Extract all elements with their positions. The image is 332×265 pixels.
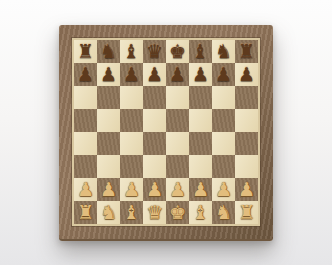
black-bishop-piece: ♝ [120, 40, 143, 63]
black-knight-piece: ♞ [97, 40, 120, 63]
square-c8[interactable]: ♝ [120, 40, 143, 63]
square-c7[interactable]: ♟ [120, 63, 143, 86]
square-e7[interactable]: ♟ [166, 63, 189, 86]
square-f6[interactable] [189, 86, 212, 109]
square-g5[interactable] [212, 109, 235, 132]
white-pawn-piece: ♟ [74, 178, 97, 201]
square-f5[interactable] [189, 109, 212, 132]
square-f2[interactable]: ♟ [189, 178, 212, 201]
square-b7[interactable]: ♟ [97, 63, 120, 86]
square-a7[interactable]: ♟ [74, 63, 97, 86]
square-d4[interactable] [143, 132, 166, 155]
black-pawn-piece: ♟ [212, 63, 235, 86]
white-bishop-piece: ♝ [120, 201, 143, 224]
white-pawn-piece: ♟ [120, 178, 143, 201]
white-pawn-piece: ♟ [212, 178, 235, 201]
square-f8[interactable]: ♝ [189, 40, 212, 63]
square-h8[interactable]: ♜ [235, 40, 258, 63]
black-rook-piece: ♜ [74, 40, 97, 63]
black-knight-piece: ♞ [212, 40, 235, 63]
square-c5[interactable] [120, 109, 143, 132]
white-pawn-piece: ♟ [235, 178, 258, 201]
square-h6[interactable] [235, 86, 258, 109]
black-pawn-piece: ♟ [166, 63, 189, 86]
square-h5[interactable] [235, 109, 258, 132]
square-d2[interactable]: ♟ [143, 178, 166, 201]
white-queen-piece: ♛ [143, 201, 166, 224]
square-b1[interactable]: ♞ [97, 201, 120, 224]
square-a4[interactable] [74, 132, 97, 155]
square-d8[interactable]: ♛ [143, 40, 166, 63]
square-b6[interactable] [97, 86, 120, 109]
square-b8[interactable]: ♞ [97, 40, 120, 63]
square-h2[interactable]: ♟ [235, 178, 258, 201]
square-d7[interactable]: ♟ [143, 63, 166, 86]
square-d1[interactable]: ♛ [143, 201, 166, 224]
studio-backdrop: ♜♞♝♛♚♝♞♜♟♟♟♟♟♟♟♟♟♟♟♟♟♟♟♟♜♞♝♛♚♝♞♜ [0, 0, 332, 265]
square-g8[interactable]: ♞ [212, 40, 235, 63]
black-bishop-piece: ♝ [189, 40, 212, 63]
square-e8[interactable]: ♚ [166, 40, 189, 63]
square-c4[interactable] [120, 132, 143, 155]
square-c1[interactable]: ♝ [120, 201, 143, 224]
black-pawn-piece: ♟ [235, 63, 258, 86]
white-rook-piece: ♜ [235, 201, 258, 224]
square-d6[interactable] [143, 86, 166, 109]
square-f3[interactable] [189, 155, 212, 178]
square-h4[interactable] [235, 132, 258, 155]
square-d3[interactable] [143, 155, 166, 178]
white-bishop-piece: ♝ [189, 201, 212, 224]
white-pawn-piece: ♟ [97, 178, 120, 201]
white-knight-piece: ♞ [212, 201, 235, 224]
black-pawn-piece: ♟ [120, 63, 143, 86]
board-squares: ♜♞♝♛♚♝♞♜♟♟♟♟♟♟♟♟♟♟♟♟♟♟♟♟♜♞♝♛♚♝♞♜ [72, 38, 260, 226]
square-c3[interactable] [120, 155, 143, 178]
square-a3[interactable] [74, 155, 97, 178]
square-e6[interactable] [166, 86, 189, 109]
black-pawn-piece: ♟ [97, 63, 120, 86]
square-b5[interactable] [97, 109, 120, 132]
white-pawn-piece: ♟ [166, 178, 189, 201]
square-f7[interactable]: ♟ [189, 63, 212, 86]
square-g1[interactable]: ♞ [212, 201, 235, 224]
black-pawn-piece: ♟ [74, 63, 97, 86]
square-a2[interactable]: ♟ [74, 178, 97, 201]
square-e4[interactable] [166, 132, 189, 155]
black-pawn-piece: ♟ [143, 63, 166, 86]
white-king-piece: ♚ [166, 201, 189, 224]
square-h3[interactable] [235, 155, 258, 178]
square-c2[interactable]: ♟ [120, 178, 143, 201]
black-king-piece: ♚ [166, 40, 189, 63]
square-e2[interactable]: ♟ [166, 178, 189, 201]
square-a1[interactable]: ♜ [74, 201, 97, 224]
white-knight-piece: ♞ [97, 201, 120, 224]
white-rook-piece: ♜ [74, 201, 97, 224]
square-g6[interactable] [212, 86, 235, 109]
black-queen-piece: ♛ [143, 40, 166, 63]
black-rook-piece: ♜ [235, 40, 258, 63]
square-h1[interactable]: ♜ [235, 201, 258, 224]
square-e5[interactable] [166, 109, 189, 132]
black-pawn-piece: ♟ [189, 63, 212, 86]
square-b2[interactable]: ♟ [97, 178, 120, 201]
chess-board: ♜♞♝♛♚♝♞♜♟♟♟♟♟♟♟♟♟♟♟♟♟♟♟♟♜♞♝♛♚♝♞♜ [59, 25, 273, 241]
square-a8[interactable]: ♜ [74, 40, 97, 63]
square-a6[interactable] [74, 86, 97, 109]
white-pawn-piece: ♟ [143, 178, 166, 201]
square-h7[interactable]: ♟ [235, 63, 258, 86]
square-g3[interactable] [212, 155, 235, 178]
square-e3[interactable] [166, 155, 189, 178]
square-a5[interactable] [74, 109, 97, 132]
square-f4[interactable] [189, 132, 212, 155]
square-d5[interactable] [143, 109, 166, 132]
white-pawn-piece: ♟ [189, 178, 212, 201]
square-g4[interactable] [212, 132, 235, 155]
square-f1[interactable]: ♝ [189, 201, 212, 224]
square-g7[interactable]: ♟ [212, 63, 235, 86]
square-b3[interactable] [97, 155, 120, 178]
square-c6[interactable] [120, 86, 143, 109]
square-b4[interactable] [97, 132, 120, 155]
square-g2[interactable]: ♟ [212, 178, 235, 201]
square-e1[interactable]: ♚ [166, 201, 189, 224]
